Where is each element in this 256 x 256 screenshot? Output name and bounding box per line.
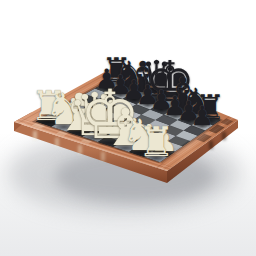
- chess-scene: ♜♞♝♛♚♝♞♜♟♟♟♟♟♟♟♟♟♟♟♟♟♟♟♟♜♞♝♛♚♝♞♜: [0, 0, 256, 256]
- piece-black-pawn-h7[interactable]: ♟: [190, 103, 214, 130]
- piece-white-rook-h1[interactable]: ♜: [138, 122, 174, 162]
